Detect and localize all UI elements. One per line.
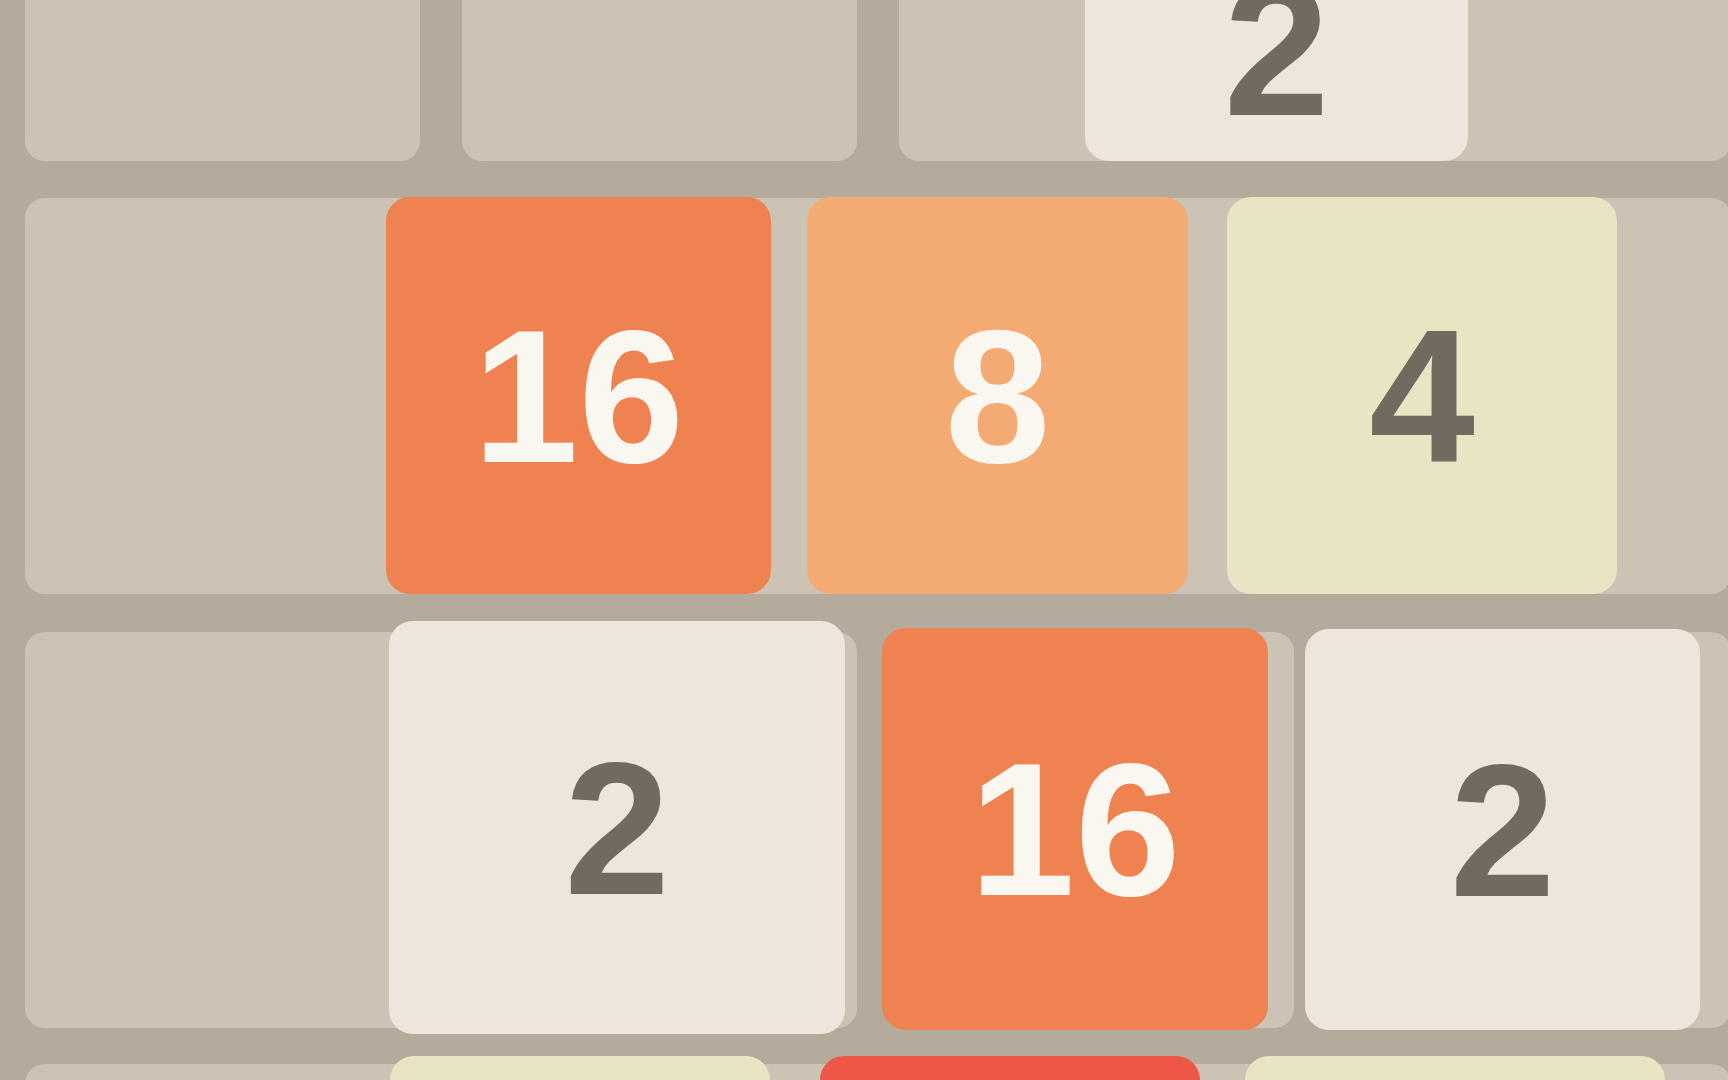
tile-value: 16 (969, 734, 1180, 924)
tile-value: 8 (945, 301, 1051, 491)
tile-2-row3-col4: 2 (1305, 629, 1700, 1030)
tile-64-row4-col3 (820, 1056, 1200, 1080)
board-2048[interactable]: 216842162 (0, 0, 1728, 1080)
tile-value: 2 (1450, 735, 1556, 925)
tile-2-row1-col4: 2 (1085, 0, 1468, 161)
tile-16-row2-col2: 16 (386, 197, 771, 594)
tile-value: 16 (473, 301, 684, 491)
tile-4-row4-col4 (1245, 1056, 1665, 1080)
tile-2-row3-col2: 2 (389, 621, 845, 1034)
tile-value: 2 (1224, 0, 1330, 144)
tile-value: 2 (564, 733, 670, 923)
tile-16-row3-col3: 16 (882, 628, 1268, 1030)
tiles-layer: 216842162 (0, 0, 1728, 1080)
tile-value: 4 (1369, 301, 1475, 491)
tile-4-row2-col4: 4 (1227, 197, 1617, 594)
tile-4-row4-col2 (390, 1056, 770, 1080)
tile-8-row2-col3: 8 (807, 197, 1188, 594)
